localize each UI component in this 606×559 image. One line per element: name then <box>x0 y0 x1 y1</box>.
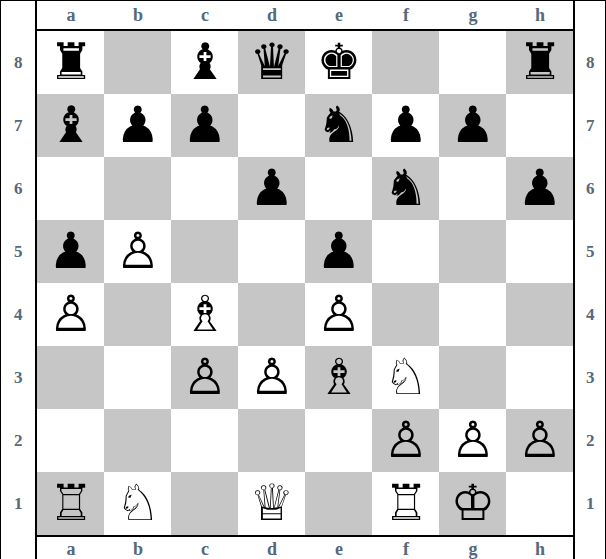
square-b2[interactable] <box>104 409 171 472</box>
square-h1[interactable] <box>506 472 573 535</box>
top-coordinate-row: abcdefgh <box>1 1 605 31</box>
square-d6[interactable]: ♟ <box>238 157 305 220</box>
square-h4[interactable] <box>506 283 573 346</box>
file-labels-bottom: abcdefgh <box>37 535 573 559</box>
piece-black-pawn[interactable]: ♟ <box>115 94 160 157</box>
file-label-g: g <box>439 1 506 29</box>
piece-black-bishop[interactable]: ♝ <box>48 94 93 157</box>
piece-white-pawn[interactable]: ♙ <box>182 346 227 409</box>
square-h8[interactable]: ♜ <box>506 31 573 94</box>
rank-label-5: 5 <box>575 220 605 283</box>
piece-black-pawn[interactable]: ♟ <box>517 157 562 220</box>
rank-label-1: 1 <box>575 472 605 535</box>
bottom-coordinate-row: abcdefgh <box>1 535 605 559</box>
file-label-c: c <box>171 1 238 29</box>
piece-white-pawn[interactable]: ♙ <box>115 220 160 283</box>
piece-black-pawn[interactable]: ♟ <box>450 94 495 157</box>
rank-labels-right: 87654321 <box>573 31 605 535</box>
corner-bottom-right <box>573 535 605 559</box>
square-a6[interactable] <box>37 157 104 220</box>
square-b1[interactable]: ♘ <box>104 472 171 535</box>
square-g3[interactable] <box>439 346 506 409</box>
rank-label-8: 8 <box>1 31 35 94</box>
square-e7[interactable]: ♞ <box>305 94 372 157</box>
square-c2[interactable] <box>171 409 238 472</box>
square-g5[interactable] <box>439 220 506 283</box>
corner-bottom-left <box>1 535 37 559</box>
chessboard-frame: abcdefgh 87654321 ♜♝♛♚♜♝♟♟♞♟♟♟♞♟♟♙♟♙♗♙♙♙… <box>0 0 606 559</box>
square-d1[interactable]: ♕ <box>238 472 305 535</box>
rank-label-8: 8 <box>575 31 605 94</box>
file-label-h: h <box>506 537 573 559</box>
board-row: 87654321 ♜♝♛♚♜♝♟♟♞♟♟♟♞♟♟♙♟♙♗♙♙♙♗♘♙♙♙♖♘♕♖… <box>1 31 605 535</box>
square-d4[interactable] <box>238 283 305 346</box>
file-label-g: g <box>439 537 506 559</box>
square-e1[interactable] <box>305 472 372 535</box>
square-g8[interactable] <box>439 31 506 94</box>
square-f2[interactable]: ♙ <box>372 409 439 472</box>
piece-white-pawn[interactable]: ♙ <box>517 409 562 472</box>
piece-white-queen[interactable]: ♕ <box>249 472 294 535</box>
rank-label-7: 7 <box>1 94 35 157</box>
file-label-b: b <box>104 537 171 559</box>
square-h6[interactable]: ♟ <box>506 157 573 220</box>
corner-top-left <box>1 1 37 31</box>
square-f1[interactable]: ♖ <box>372 472 439 535</box>
piece-black-knight[interactable]: ♞ <box>383 157 428 220</box>
piece-white-pawn[interactable]: ♙ <box>316 283 361 346</box>
square-f5[interactable] <box>372 220 439 283</box>
square-a4[interactable]: ♙ <box>37 283 104 346</box>
rank-labels-left: 87654321 <box>1 31 37 535</box>
square-c7[interactable]: ♟ <box>171 94 238 157</box>
square-g6[interactable] <box>439 157 506 220</box>
square-c5[interactable] <box>171 220 238 283</box>
square-d7[interactable] <box>238 94 305 157</box>
file-label-e: e <box>305 537 372 559</box>
rank-label-6: 6 <box>1 157 35 220</box>
square-c4[interactable]: ♗ <box>171 283 238 346</box>
square-h7[interactable] <box>506 94 573 157</box>
square-a7[interactable]: ♝ <box>37 94 104 157</box>
piece-black-pawn[interactable]: ♟ <box>383 94 428 157</box>
square-d2[interactable] <box>238 409 305 472</box>
piece-black-pawn[interactable]: ♟ <box>182 94 227 157</box>
square-f3[interactable]: ♘ <box>372 346 439 409</box>
rank-label-2: 2 <box>1 409 35 472</box>
piece-black-knight[interactable]: ♞ <box>316 94 361 157</box>
piece-white-knight[interactable]: ♘ <box>115 472 160 535</box>
piece-white-pawn[interactable]: ♙ <box>48 283 93 346</box>
piece-white-pawn[interactable]: ♙ <box>450 409 495 472</box>
piece-white-bishop[interactable]: ♗ <box>316 346 361 409</box>
chess-board: ♜♝♛♚♜♝♟♟♞♟♟♟♞♟♟♙♟♙♗♙♙♙♗♘♙♙♙♖♘♕♖♔ <box>37 31 573 535</box>
square-c6[interactable] <box>171 157 238 220</box>
rank-label-3: 3 <box>575 346 605 409</box>
square-b8[interactable] <box>104 31 171 94</box>
piece-white-pawn[interactable]: ♙ <box>383 409 428 472</box>
square-e2[interactable] <box>305 409 372 472</box>
square-h2[interactable]: ♙ <box>506 409 573 472</box>
piece-black-rook[interactable]: ♜ <box>48 31 93 94</box>
rank-label-5: 5 <box>1 220 35 283</box>
square-g2[interactable]: ♙ <box>439 409 506 472</box>
rank-label-2: 2 <box>575 409 605 472</box>
piece-black-bishop[interactable]: ♝ <box>182 31 227 94</box>
square-g4[interactable] <box>439 283 506 346</box>
square-b5[interactable]: ♙ <box>104 220 171 283</box>
piece-black-king[interactable]: ♚ <box>316 31 361 94</box>
square-c3[interactable]: ♙ <box>171 346 238 409</box>
square-g7[interactable]: ♟ <box>439 94 506 157</box>
rank-label-3: 3 <box>1 346 35 409</box>
square-a1[interactable]: ♖ <box>37 472 104 535</box>
square-c1[interactable] <box>171 472 238 535</box>
rank-label-4: 4 <box>1 283 35 346</box>
square-b3[interactable] <box>104 346 171 409</box>
piece-white-rook[interactable]: ♖ <box>383 472 428 535</box>
square-g1[interactable]: ♔ <box>439 472 506 535</box>
square-a5[interactable]: ♟ <box>37 220 104 283</box>
piece-black-rook[interactable]: ♜ <box>517 31 562 94</box>
square-e4[interactable]: ♙ <box>305 283 372 346</box>
rank-label-6: 6 <box>575 157 605 220</box>
rank-label-1: 1 <box>1 472 35 535</box>
square-b4[interactable] <box>104 283 171 346</box>
file-label-f: f <box>372 1 439 29</box>
rank-label-4: 4 <box>575 283 605 346</box>
square-f4[interactable] <box>372 283 439 346</box>
piece-white-knight[interactable]: ♘ <box>383 346 428 409</box>
piece-white-pawn[interactable]: ♙ <box>249 346 294 409</box>
square-d8[interactable]: ♛ <box>238 31 305 94</box>
square-e3[interactable]: ♗ <box>305 346 372 409</box>
square-f6[interactable]: ♞ <box>372 157 439 220</box>
piece-black-queen[interactable]: ♛ <box>249 31 294 94</box>
file-label-e: e <box>305 1 372 29</box>
square-a2[interactable] <box>37 409 104 472</box>
piece-white-king[interactable]: ♔ <box>450 472 495 535</box>
file-label-f: f <box>372 537 439 559</box>
piece-black-pawn[interactable]: ♟ <box>249 157 294 220</box>
piece-white-bishop[interactable]: ♗ <box>182 283 227 346</box>
square-b6[interactable] <box>104 157 171 220</box>
square-e8[interactable]: ♚ <box>305 31 372 94</box>
square-f8[interactable] <box>372 31 439 94</box>
rank-label-7: 7 <box>575 94 605 157</box>
piece-black-pawn[interactable]: ♟ <box>316 220 361 283</box>
file-label-a: a <box>37 1 104 29</box>
file-label-d: d <box>238 1 305 29</box>
file-label-d: d <box>238 537 305 559</box>
corner-top-right <box>573 1 605 31</box>
file-labels-top: abcdefgh <box>37 1 573 31</box>
piece-white-rook[interactable]: ♖ <box>48 472 93 535</box>
square-e6[interactable] <box>305 157 372 220</box>
piece-black-pawn[interactable]: ♟ <box>48 220 93 283</box>
square-c8[interactable]: ♝ <box>171 31 238 94</box>
square-b7[interactable]: ♟ <box>104 94 171 157</box>
square-a3[interactable] <box>37 346 104 409</box>
file-label-c: c <box>171 537 238 559</box>
square-e5[interactable]: ♟ <box>305 220 372 283</box>
square-h5[interactable] <box>506 220 573 283</box>
file-label-b: b <box>104 1 171 29</box>
square-f7[interactable]: ♟ <box>372 94 439 157</box>
square-d3[interactable]: ♙ <box>238 346 305 409</box>
square-h3[interactable] <box>506 346 573 409</box>
square-d5[interactable] <box>238 220 305 283</box>
square-a8[interactable]: ♜ <box>37 31 104 94</box>
file-label-h: h <box>506 1 573 29</box>
file-label-a: a <box>37 537 104 559</box>
